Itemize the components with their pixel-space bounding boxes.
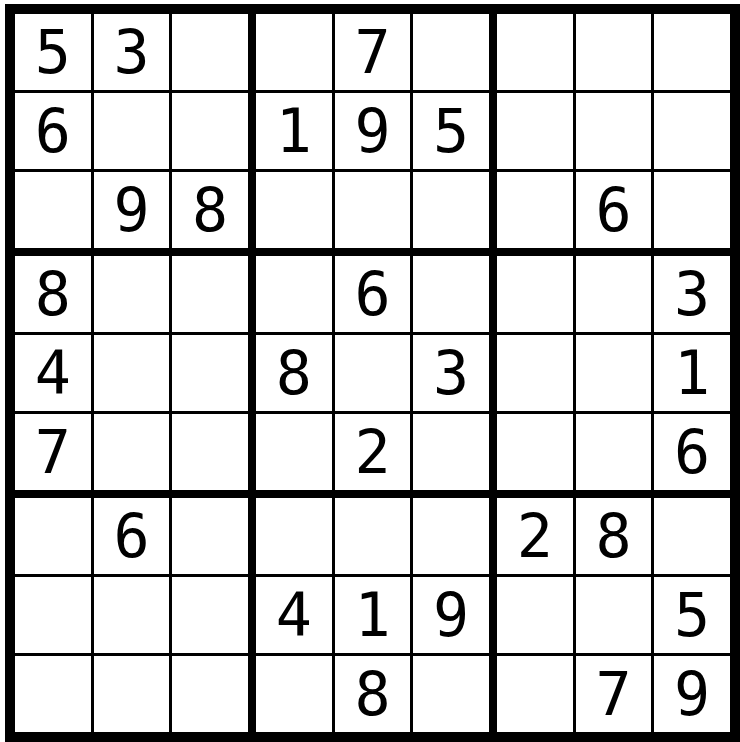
box-3-1: 6 — [15, 498, 248, 732]
cell-r1c8 — [576, 14, 652, 90]
cell-r2c8 — [576, 93, 652, 169]
cell-r6c2 — [94, 414, 170, 490]
cell-r5c2 — [94, 335, 170, 411]
cell-r7c8: 8 — [576, 498, 652, 574]
sudoku-board: 536987195684768323166419828579 — [5, 4, 740, 742]
cell-r9c2 — [94, 656, 170, 732]
cell-r3c7 — [497, 172, 573, 248]
cell-r8c4: 4 — [256, 577, 332, 653]
cell-r6c5: 2 — [335, 414, 411, 490]
sudoku-diagram: 536987195684768323166419828579 — [0, 0, 740, 742]
cell-r1c9 — [654, 14, 730, 90]
box-3-2: 4198 — [256, 498, 489, 732]
cell-r2c9 — [654, 93, 730, 169]
cell-r8c7 — [497, 577, 573, 653]
cell-r3c3: 8 — [172, 172, 248, 248]
cell-r4c2 — [94, 256, 170, 332]
cell-r4c4 — [256, 256, 332, 332]
cell-r1c5: 7 — [335, 14, 411, 90]
cell-r7c6 — [413, 498, 489, 574]
box-2-3: 316 — [497, 256, 730, 490]
cell-r1c1: 5 — [15, 14, 91, 90]
cell-r3c1 — [15, 172, 91, 248]
cell-r7c4 — [256, 498, 332, 574]
cell-r3c4 — [256, 172, 332, 248]
cell-r4c9: 3 — [654, 256, 730, 332]
cell-r6c8 — [576, 414, 652, 490]
cell-r3c5 — [335, 172, 411, 248]
box-1-2: 7195 — [256, 14, 489, 248]
cell-r7c1 — [15, 498, 91, 574]
cell-r4c8 — [576, 256, 652, 332]
cell-r7c3 — [172, 498, 248, 574]
cell-r2c7 — [497, 93, 573, 169]
cell-r9c6 — [413, 656, 489, 732]
box-2-2: 6832 — [256, 256, 489, 490]
cell-r4c5: 6 — [335, 256, 411, 332]
cell-r6c3 — [172, 414, 248, 490]
cell-r2c4: 1 — [256, 93, 332, 169]
cell-r9c3 — [172, 656, 248, 732]
cell-r8c6: 9 — [413, 577, 489, 653]
cell-r5c8 — [576, 335, 652, 411]
cell-r2c1: 6 — [15, 93, 91, 169]
cell-r8c8 — [576, 577, 652, 653]
cell-r9c9: 9 — [654, 656, 730, 732]
cell-r1c2: 3 — [94, 14, 170, 90]
cell-r5c7 — [497, 335, 573, 411]
cell-r7c2: 6 — [94, 498, 170, 574]
cell-r5c4: 8 — [256, 335, 332, 411]
cell-r2c3 — [172, 93, 248, 169]
cell-r3c9 — [654, 172, 730, 248]
cell-r4c6 — [413, 256, 489, 332]
cell-r9c8: 7 — [576, 656, 652, 732]
cell-r6c6 — [413, 414, 489, 490]
cell-r9c1 — [15, 656, 91, 732]
cell-r8c5: 1 — [335, 577, 411, 653]
box-1-3: 6 — [497, 14, 730, 248]
cell-r8c3 — [172, 577, 248, 653]
cell-r1c6 — [413, 14, 489, 90]
cell-r1c3 — [172, 14, 248, 90]
box-3-3: 28579 — [497, 498, 730, 732]
cell-r4c3 — [172, 256, 248, 332]
cell-r6c9: 6 — [654, 414, 730, 490]
cell-r5c9: 1 — [654, 335, 730, 411]
cell-r5c1: 4 — [15, 335, 91, 411]
cell-r5c5 — [335, 335, 411, 411]
cell-r2c6: 5 — [413, 93, 489, 169]
cell-r1c7 — [497, 14, 573, 90]
cell-r4c1: 8 — [15, 256, 91, 332]
cell-r2c5: 9 — [335, 93, 411, 169]
box-1-1: 53698 — [15, 14, 248, 248]
cell-r7c9 — [654, 498, 730, 574]
cell-r9c5: 8 — [335, 656, 411, 732]
cell-r2c2 — [94, 93, 170, 169]
cell-r9c7 — [497, 656, 573, 732]
cell-r6c4 — [256, 414, 332, 490]
cell-r7c7: 2 — [497, 498, 573, 574]
cell-r4c7 — [497, 256, 573, 332]
cell-r5c3 — [172, 335, 248, 411]
cell-r9c4 — [256, 656, 332, 732]
cell-r6c7 — [497, 414, 573, 490]
cell-r8c1 — [15, 577, 91, 653]
cell-r8c9: 5 — [654, 577, 730, 653]
cell-r6c1: 7 — [15, 414, 91, 490]
cell-r5c6: 3 — [413, 335, 489, 411]
box-2-1: 847 — [15, 256, 248, 490]
cell-r1c4 — [256, 14, 332, 90]
cell-r7c5 — [335, 498, 411, 574]
cell-r3c2: 9 — [94, 172, 170, 248]
cell-r3c8: 6 — [576, 172, 652, 248]
cell-r3c6 — [413, 172, 489, 248]
cell-r8c2 — [94, 577, 170, 653]
